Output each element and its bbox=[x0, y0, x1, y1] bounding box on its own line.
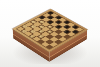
photo-background: ⛀⛀⛂⛂⛀⛀⛀⛂⛀⛀⛂⛂⛀⛀⛀⛂⛀⛀⛂⛂⛂⛂⛂⛂ bbox=[0, 0, 100, 67]
